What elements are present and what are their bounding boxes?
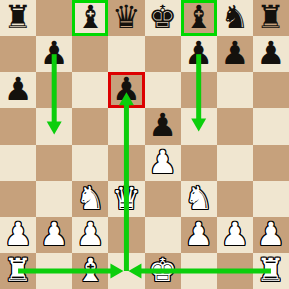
black-pawn-b7: ♟ bbox=[40, 37, 69, 69]
square-f5[interactable] bbox=[181, 108, 217, 144]
square-b7[interactable]: ♟ bbox=[36, 36, 72, 72]
black-knight-g8: ♞ bbox=[220, 1, 249, 33]
square-d8[interactable]: ♛ bbox=[108, 0, 144, 36]
white-pawn-e4: ♟ bbox=[148, 146, 177, 178]
square-h2[interactable]: ♟ bbox=[253, 217, 289, 253]
square-c3[interactable]: ♞ bbox=[72, 181, 108, 217]
square-h5[interactable] bbox=[253, 108, 289, 144]
white-pawn-b2: ♟ bbox=[40, 218, 69, 250]
square-g6[interactable] bbox=[217, 72, 253, 108]
black-pawn-h7: ♟ bbox=[257, 37, 286, 69]
square-g5[interactable] bbox=[217, 108, 253, 144]
square-d3[interactable]: ♛ bbox=[108, 181, 144, 217]
square-a2[interactable]: ♟ bbox=[0, 217, 36, 253]
square-d1[interactable] bbox=[108, 253, 144, 289]
black-king-e8: ♚ bbox=[148, 1, 177, 33]
square-h6[interactable] bbox=[253, 72, 289, 108]
black-queen-d8: ♛ bbox=[112, 1, 141, 33]
square-f6[interactable] bbox=[181, 72, 217, 108]
square-a4[interactable] bbox=[0, 145, 36, 181]
black-rook-h8: ♜ bbox=[257, 1, 286, 33]
square-a8[interactable]: ♜ bbox=[0, 0, 36, 36]
white-pawn-a2: ♟ bbox=[4, 218, 33, 250]
square-h8[interactable]: ♜ bbox=[253, 0, 289, 36]
square-e4[interactable]: ♟ bbox=[145, 145, 181, 181]
square-a3[interactable] bbox=[0, 181, 36, 217]
square-d5[interactable] bbox=[108, 108, 144, 144]
square-e1[interactable]: ♚ bbox=[145, 253, 181, 289]
black-pawn-e5: ♟ bbox=[148, 109, 177, 141]
square-c4[interactable] bbox=[72, 145, 108, 181]
square-f8[interactable]: ♝ bbox=[181, 0, 217, 36]
square-h4[interactable] bbox=[253, 145, 289, 181]
square-e2[interactable] bbox=[145, 217, 181, 253]
square-c8[interactable]: ♝ bbox=[72, 0, 108, 36]
square-g2[interactable]: ♟ bbox=[217, 217, 253, 253]
chess-board-wrapper: ♜♝♛♚♝♞♜♟♟♟♟♟♟♟♟♞♛♞♟♟♟♟♟♟♜♝♚♜ bbox=[0, 0, 289, 289]
square-c7[interactable] bbox=[72, 36, 108, 72]
black-pawn-d6: ♟ bbox=[112, 73, 141, 105]
square-f2[interactable]: ♟ bbox=[181, 217, 217, 253]
white-queen-d3: ♛ bbox=[112, 182, 141, 214]
white-pawn-h2: ♟ bbox=[257, 218, 286, 250]
square-b3[interactable] bbox=[36, 181, 72, 217]
square-c6[interactable] bbox=[72, 72, 108, 108]
black-bishop-f8: ♝ bbox=[184, 1, 213, 33]
square-h1[interactable]: ♜ bbox=[253, 253, 289, 289]
square-b5[interactable] bbox=[36, 108, 72, 144]
square-b6[interactable] bbox=[36, 72, 72, 108]
square-f3[interactable]: ♞ bbox=[181, 181, 217, 217]
black-bishop-c8: ♝ bbox=[76, 1, 105, 33]
white-knight-c3: ♞ bbox=[76, 182, 105, 214]
white-pawn-f2: ♟ bbox=[184, 218, 213, 250]
square-c1[interactable]: ♝ bbox=[72, 253, 108, 289]
square-b2[interactable]: ♟ bbox=[36, 217, 72, 253]
black-rook-a8: ♜ bbox=[4, 1, 33, 33]
square-a1[interactable]: ♜ bbox=[0, 253, 36, 289]
square-d7[interactable] bbox=[108, 36, 144, 72]
black-pawn-f7: ♟ bbox=[184, 37, 213, 69]
square-c2[interactable]: ♟ bbox=[72, 217, 108, 253]
white-rook-h1: ♜ bbox=[257, 254, 286, 286]
square-a6[interactable]: ♟ bbox=[0, 72, 36, 108]
square-e6[interactable] bbox=[145, 72, 181, 108]
black-pawn-g7: ♟ bbox=[220, 37, 249, 69]
white-bishop-c1: ♝ bbox=[76, 254, 105, 286]
square-f1[interactable] bbox=[181, 253, 217, 289]
chess-board: ♜♝♛♚♝♞♜♟♟♟♟♟♟♟♟♞♛♞♟♟♟♟♟♟♜♝♚♜ bbox=[0, 0, 289, 289]
white-knight-f3: ♞ bbox=[184, 182, 213, 214]
square-a5[interactable] bbox=[0, 108, 36, 144]
square-e3[interactable] bbox=[145, 181, 181, 217]
white-rook-a1: ♜ bbox=[4, 254, 33, 286]
square-h7[interactable]: ♟ bbox=[253, 36, 289, 72]
square-d6[interactable]: ♟ bbox=[108, 72, 144, 108]
square-e8[interactable]: ♚ bbox=[145, 0, 181, 36]
square-g7[interactable]: ♟ bbox=[217, 36, 253, 72]
square-h3[interactable] bbox=[253, 181, 289, 217]
square-g4[interactable] bbox=[217, 145, 253, 181]
white-king-e1: ♚ bbox=[148, 254, 177, 286]
square-b1[interactable] bbox=[36, 253, 72, 289]
square-d4[interactable] bbox=[108, 145, 144, 181]
black-pawn-a6: ♟ bbox=[4, 73, 33, 105]
square-e7[interactable] bbox=[145, 36, 181, 72]
square-g1[interactable] bbox=[217, 253, 253, 289]
square-g8[interactable]: ♞ bbox=[217, 0, 253, 36]
square-f7[interactable]: ♟ bbox=[181, 36, 217, 72]
square-g3[interactable] bbox=[217, 181, 253, 217]
white-pawn-g2: ♟ bbox=[220, 218, 249, 250]
square-b4[interactable] bbox=[36, 145, 72, 181]
square-b8[interactable] bbox=[36, 0, 72, 36]
square-f4[interactable] bbox=[181, 145, 217, 181]
white-pawn-c2: ♟ bbox=[76, 218, 105, 250]
square-d2[interactable] bbox=[108, 217, 144, 253]
square-e5[interactable]: ♟ bbox=[145, 108, 181, 144]
square-c5[interactable] bbox=[72, 108, 108, 144]
square-a7[interactable] bbox=[0, 36, 36, 72]
